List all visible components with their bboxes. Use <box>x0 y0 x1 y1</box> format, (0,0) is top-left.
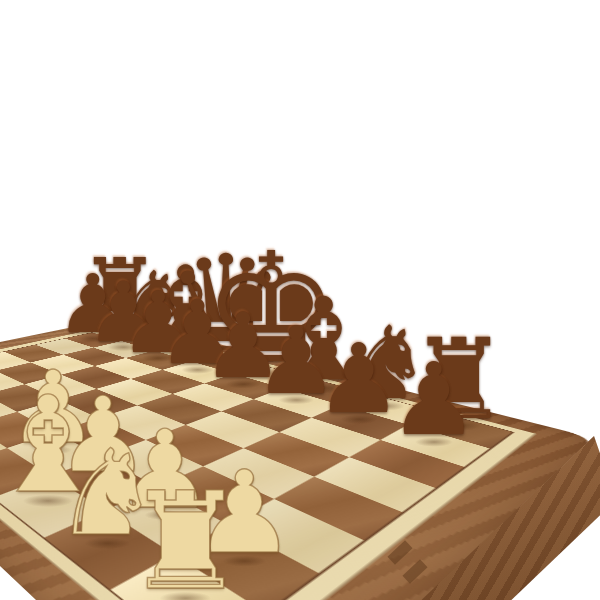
board-top-face <box>0 318 593 600</box>
chess-board-3d <box>0 0 600 600</box>
photo-stage: ♜♞♝♛♚♝♞♜♟♟♟♟♟♟♟♟♟♟♟♟♝♞♜ Overhead-angle p… <box>0 0 600 600</box>
